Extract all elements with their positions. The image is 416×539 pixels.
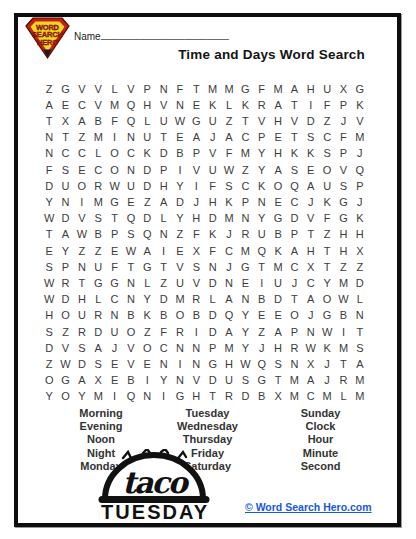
- grid-cell-r5c15: H: [270, 146, 286, 162]
- grid-cell-r20c7: N: [139, 389, 155, 405]
- grid-cell-r12c13: G: [237, 259, 253, 275]
- grid-cell-r1c15: M: [270, 81, 286, 97]
- grid-cell-r2c14: R: [254, 97, 270, 113]
- grid-cell-r8c6: E: [123, 194, 139, 210]
- grid-cell-r18c17: X: [303, 356, 319, 372]
- grid-cell-r17c10: N: [188, 340, 204, 356]
- grid-cell-r4c10: A: [188, 130, 204, 146]
- grid-cell-r4c13: C: [237, 130, 253, 146]
- grid-cell-r8c17: J: [303, 194, 319, 210]
- grid-cell-r18c4: S: [90, 356, 106, 372]
- grid-cell-r19c6: B: [123, 373, 139, 389]
- grid-cell-r14c13: N: [237, 292, 253, 308]
- grid-cell-r6c18: O: [319, 162, 335, 178]
- grid-cell-r13c11: D: [205, 275, 221, 291]
- grid-cell-r17c5: J: [106, 340, 122, 356]
- grid-cell-r18c19: T: [335, 356, 351, 372]
- grid-cell-r6c16: S: [286, 162, 302, 178]
- grid-cell-r11c9: E: [172, 243, 188, 259]
- word-item: Minute: [268, 447, 373, 460]
- grid-cell-r5c19: P: [335, 146, 351, 162]
- grid-cell-r10c19: H: [335, 227, 351, 243]
- grid-cell-r14c4: L: [90, 292, 106, 308]
- grid-cell-r6c6: N: [123, 162, 139, 178]
- grid-cell-r7c9: Y: [172, 178, 188, 194]
- grid-cell-r10c20: H: [352, 227, 368, 243]
- grid-cell-r5c6: C: [123, 146, 139, 162]
- grid-cell-r17c3: S: [74, 340, 90, 356]
- grid-cell-r11c15: K: [270, 243, 286, 259]
- grid-cell-r6c20: Q: [352, 162, 368, 178]
- grid-cell-r9c2: D: [57, 211, 73, 227]
- grid-cell-r7c17: A: [303, 178, 319, 194]
- grid-cell-r18c15: S: [270, 356, 286, 372]
- grid-cell-r10c16: P: [286, 227, 302, 243]
- grid-cell-r3c17: D: [303, 113, 319, 129]
- grid-cell-r10c1: T: [41, 227, 57, 243]
- grid-cell-r12c3: N: [74, 259, 90, 275]
- grid-cell-r3c15: H: [270, 113, 286, 129]
- grid-cell-r1c11: M: [205, 81, 221, 97]
- grid-cell-r2c3: C: [74, 97, 90, 113]
- grid-cell-r2c12: L: [221, 97, 237, 113]
- grid-cell-r16c8: F: [155, 324, 171, 340]
- grid-cell-r9c11: D: [205, 211, 221, 227]
- grid-cell-r12c16: C: [286, 259, 302, 275]
- grid-cell-r19c8: Y: [155, 373, 171, 389]
- grid-cell-r11c6: W: [123, 243, 139, 259]
- grid-cell-r17c12: M: [221, 340, 237, 356]
- grid-cell-r12c19: Z: [335, 259, 351, 275]
- grid-cell-r4c7: U: [139, 130, 155, 146]
- grid-cell-r16c5: U: [106, 324, 122, 340]
- grid-cell-r18c9: I: [172, 356, 188, 372]
- grid-cell-r19c7: I: [139, 373, 155, 389]
- grid-cell-r6c2: S: [57, 162, 73, 178]
- grid-cell-r16c14: Z: [254, 324, 270, 340]
- copyright-link[interactable]: © Word Search Hero.com: [245, 501, 372, 513]
- word-item: Hour: [268, 433, 373, 446]
- grid-cell-r20c16: M: [286, 389, 302, 405]
- grid-cell-r1c20: G: [352, 81, 368, 97]
- grid-cell-r19c20: M: [352, 373, 368, 389]
- grid-cell-r1c1: Z: [41, 81, 57, 97]
- grid-cell-r4c19: F: [335, 130, 351, 146]
- grid-cell-r7c18: U: [319, 178, 335, 194]
- grid-cell-r1c6: V: [123, 81, 139, 97]
- grid-cell-r3c13: T: [237, 113, 253, 129]
- grid-cell-r19c1: O: [41, 373, 57, 389]
- grid-cell-r3c5: F: [106, 113, 122, 129]
- grid-cell-r19c10: V: [188, 373, 204, 389]
- grid-cell-r20c12: R: [221, 389, 237, 405]
- grid-cell-r11c12: C: [221, 243, 237, 259]
- grid-cell-r14c12: A: [221, 292, 237, 308]
- grid-cell-r14c14: B: [254, 292, 270, 308]
- grid-cell-r12c5: F: [106, 259, 122, 275]
- grid-cell-r15c5: N: [106, 308, 122, 324]
- grid-cell-r10c4: B: [90, 227, 106, 243]
- grid-cell-r7c12: S: [221, 178, 237, 194]
- grid-cell-r12c1: S: [41, 259, 57, 275]
- grid-cell-r20c5: I: [106, 389, 122, 405]
- grid-cell-r9c14: Y: [254, 211, 270, 227]
- grid-cell-r10c12: J: [221, 227, 237, 243]
- grid-cell-r14c11: L: [205, 292, 221, 308]
- grid-cell-r13c9: U: [172, 275, 188, 291]
- grid-cell-r19c12: U: [221, 373, 237, 389]
- grid-cell-r12c14: T: [254, 259, 270, 275]
- grid-cell-r5c2: C: [57, 146, 73, 162]
- grid-cell-r20c9: G: [172, 389, 188, 405]
- grid-cell-r3c1: T: [41, 113, 57, 129]
- grid-cell-r6c5: O: [106, 162, 122, 178]
- grid-cell-r13c2: R: [57, 275, 73, 291]
- grid-cell-r16c17: N: [303, 324, 319, 340]
- grid-cell-r15c17: J: [303, 308, 319, 324]
- grid-cell-r13c14: I: [254, 275, 270, 291]
- grid-cell-r15c7: K: [139, 308, 155, 324]
- grid-cell-r2c15: A: [270, 97, 286, 113]
- grid-cell-r7c15: O: [270, 178, 286, 194]
- grid-cell-r8c12: K: [221, 194, 237, 210]
- grid-cell-r13c16: J: [286, 275, 302, 291]
- grid-cell-r17c6: V: [123, 340, 139, 356]
- grid-cell-r2c2: E: [57, 97, 73, 113]
- grid-cell-r15c11: D: [205, 308, 221, 324]
- grid-cell-r8c4: M: [90, 194, 106, 210]
- grid-cell-r20c2: O: [57, 389, 73, 405]
- grid-cell-r13c19: M: [335, 275, 351, 291]
- grid-cell-r20c4: M: [90, 389, 106, 405]
- grid-cell-r5c16: K: [286, 146, 302, 162]
- grid-cell-r13c15: U: [270, 275, 286, 291]
- word-search-hero-logo: WORD SEARCH HERO: [23, 16, 72, 60]
- grid-cell-r1c13: G: [237, 81, 253, 97]
- grid-cell-r6c1: F: [41, 162, 57, 178]
- grid-cell-r20c15: X: [270, 389, 286, 405]
- grid-cell-r3c10: G: [188, 113, 204, 129]
- grid-cell-r8c3: I: [74, 194, 90, 210]
- grid-cell-r14c17: A: [303, 292, 319, 308]
- grid-cell-r7c14: K: [254, 178, 270, 194]
- grid-cell-r17c11: P: [205, 340, 221, 356]
- grid-cell-r5c9: B: [172, 146, 188, 162]
- grid-cell-r15c4: R: [90, 308, 106, 324]
- grid-cell-r17c15: H: [270, 340, 286, 356]
- grid-cell-r10c7: Q: [139, 227, 155, 243]
- grid-cell-r7c20: P: [352, 178, 368, 194]
- grid-cell-r1c4: V: [90, 81, 106, 97]
- grid-cell-r17c4: A: [90, 340, 106, 356]
- grid-cell-r5c11: V: [205, 146, 221, 162]
- grid-cell-r16c20: T: [352, 324, 368, 340]
- grid-cell-r6c14: Y: [254, 162, 270, 178]
- grid-cell-r4c3: Z: [74, 130, 90, 146]
- grid-cell-r7c8: H: [155, 178, 171, 194]
- grid-cell-r15c14: E: [254, 308, 270, 324]
- grid-cell-r18c20: A: [352, 356, 368, 372]
- grid-cell-r18c16: N: [286, 356, 302, 372]
- grid-cell-r8c2: N: [57, 194, 73, 210]
- grid-cell-r15c8: B: [155, 308, 171, 324]
- grid-cell-r20c3: Y: [74, 389, 90, 405]
- grid-cell-r7c2: U: [57, 178, 73, 194]
- grid-cell-r16c4: D: [90, 324, 106, 340]
- grid-cell-r9c20: K: [352, 211, 368, 227]
- grid-cell-r7c11: F: [205, 178, 221, 194]
- grid-cell-r18c14: Q: [254, 356, 270, 372]
- grid-cell-r13c1: W: [41, 275, 57, 291]
- grid-cell-r8c5: G: [106, 194, 122, 210]
- grid-cell-r17c18: K: [319, 340, 335, 356]
- name-fill-line: _______________________: [101, 29, 229, 40]
- grid-cell-r8c11: H: [205, 194, 221, 210]
- grid-cell-r1c16: A: [286, 81, 302, 97]
- grid-cell-r10c17: T: [303, 227, 319, 243]
- grid-cell-r5c3: C: [74, 146, 90, 162]
- grid-cell-r13c7: L: [139, 275, 155, 291]
- grid-cell-r18c18: J: [319, 356, 335, 372]
- grid-cell-r5c7: K: [139, 146, 155, 162]
- grid-cell-r3c8: U: [155, 113, 171, 129]
- grid-cell-r18c2: W: [57, 356, 73, 372]
- grid-cell-r1c12: M: [221, 81, 237, 97]
- grid-cell-r8c10: J: [188, 194, 204, 210]
- grid-cell-r9c7: D: [139, 211, 155, 227]
- grid-cell-r8c13: P: [237, 194, 253, 210]
- grid-cell-r4c1: N: [41, 130, 57, 146]
- grid-cell-r2c16: T: [286, 97, 302, 113]
- grid-cell-r14c5: C: [106, 292, 122, 308]
- grid-cell-r9c1: W: [41, 211, 57, 227]
- grid-cell-r4c9: E: [172, 130, 188, 146]
- grid-cell-r9c9: Y: [172, 211, 188, 227]
- grid-cell-r13c3: T: [74, 275, 90, 291]
- grid-cell-r4c11: J: [205, 130, 221, 146]
- grid-cell-r15c6: B: [123, 308, 139, 324]
- grid-cell-r8c7: Z: [139, 194, 155, 210]
- grid-cell-r1c19: X: [335, 81, 351, 97]
- grid-cell-r3c19: J: [335, 113, 351, 129]
- grid-cell-r20c14: B: [254, 389, 270, 405]
- word-item: Sunday: [268, 407, 373, 420]
- grid-cell-r9c16: D: [286, 211, 302, 227]
- grid-cell-r7c4: R: [90, 178, 106, 194]
- name-label: Name: [74, 31, 101, 42]
- grid-cell-r10c18: Z: [319, 227, 335, 243]
- grid-cell-r6c3: E: [74, 162, 90, 178]
- grid-cell-r11c7: A: [139, 243, 155, 259]
- grid-cell-r14c19: W: [335, 292, 351, 308]
- grid-cell-r15c13: Y: [237, 308, 253, 324]
- grid-cell-r4c14: P: [254, 130, 270, 146]
- grid-cell-r20c19: L: [335, 389, 351, 405]
- grid-cell-r12c2: P: [57, 259, 73, 275]
- grid-cell-r12c20: Z: [352, 259, 368, 275]
- grid-cell-r11c17: H: [303, 243, 319, 259]
- grid-cell-r3c11: U: [205, 113, 221, 129]
- grid-cell-r16c7: Z: [139, 324, 155, 340]
- grid-cell-r3c6: Q: [123, 113, 139, 129]
- grid-cell-r2c13: K: [237, 97, 253, 113]
- grid-cell-r9c6: Q: [123, 211, 139, 227]
- grid-cell-r20c10: H: [188, 389, 204, 405]
- grid-cell-r16c11: D: [205, 324, 221, 340]
- grid-cell-r13c13: E: [237, 275, 253, 291]
- word-item: Morning: [51, 407, 151, 420]
- grid-cell-r13c6: N: [123, 275, 139, 291]
- grid-cell-r16c1: S: [41, 324, 57, 340]
- grid-cell-r8c18: K: [319, 194, 335, 210]
- grid-cell-r12c10: S: [188, 259, 204, 275]
- grid-cell-r14c1: W: [41, 292, 57, 308]
- grid-cell-r6c19: V: [335, 162, 351, 178]
- word-item: Noon: [51, 433, 151, 446]
- grid-cell-r5c12: F: [221, 146, 237, 162]
- grid-cell-r18c10: N: [188, 356, 204, 372]
- grid-cell-r18c8: N: [155, 356, 171, 372]
- grid-cell-r15c18: G: [319, 308, 335, 324]
- taco-tuesday-graphic: taco TUESDAY: [97, 449, 211, 522]
- grid-cell-r2c17: I: [303, 97, 319, 113]
- grid-cell-r15c19: B: [335, 308, 351, 324]
- grid-cell-r10c13: R: [237, 227, 253, 243]
- grid-cell-r10c2: A: [57, 227, 73, 243]
- grid-cell-r9c10: H: [188, 211, 204, 227]
- grid-cell-r6c11: U: [205, 162, 221, 178]
- grid-cell-r2c8: V: [155, 97, 171, 113]
- grid-cell-r5c13: M: [237, 146, 253, 162]
- grid-cell-r7c19: S: [335, 178, 351, 194]
- grid-cell-r15c10: B: [188, 308, 204, 324]
- grid-cell-r8c8: A: [155, 194, 171, 210]
- grid-cell-r8c19: G: [335, 194, 351, 210]
- grid-cell-r16c12: A: [221, 324, 237, 340]
- grid-cell-r12c4: U: [90, 259, 106, 275]
- grid-cell-r4c5: I: [106, 130, 122, 146]
- grid-cell-r16c13: Y: [237, 324, 253, 340]
- grid-cell-r12c17: X: [303, 259, 319, 275]
- grid-cell-r3c20: V: [352, 113, 368, 129]
- grid-cell-r9c12: M: [221, 211, 237, 227]
- grid-cell-r10c5: P: [106, 227, 122, 243]
- grid-cell-r1c14: F: [254, 81, 270, 97]
- grid-cell-r16c3: R: [74, 324, 90, 340]
- grid-cell-r6c9: I: [172, 162, 188, 178]
- word-item: Second: [268, 460, 373, 473]
- grid-cell-r1c9: F: [172, 81, 188, 97]
- grid-cell-r3c18: Z: [319, 113, 335, 129]
- grid-cell-r16c9: R: [172, 324, 188, 340]
- grid-cell-r17c1: D: [41, 340, 57, 356]
- grid-cell-r5c17: K: [303, 146, 319, 162]
- grid-cell-r15c9: O: [172, 308, 188, 324]
- grid-cell-r6c15: A: [270, 162, 286, 178]
- grid-cell-r5c1: N: [41, 146, 57, 162]
- grid-cell-r14c16: T: [286, 292, 302, 308]
- grid-cell-r6c17: E: [303, 162, 319, 178]
- grid-cell-r15c3: U: [74, 308, 90, 324]
- grid-cell-r11c19: H: [335, 243, 351, 259]
- grid-cell-r16c19: I: [335, 324, 351, 340]
- word-item: Clock: [268, 420, 373, 433]
- grid-cell-r9c15: G: [270, 211, 286, 227]
- grid-cell-r3c3: A: [74, 113, 90, 129]
- grid-cell-r3c9: W: [172, 113, 188, 129]
- grid-cell-r17c8: C: [155, 340, 171, 356]
- logo-text-hero: HERO: [37, 38, 58, 47]
- grid-cell-r8c15: E: [270, 194, 286, 210]
- grid-cell-r20c8: I: [155, 389, 171, 405]
- grid-cell-r7c3: O: [74, 178, 90, 194]
- grid-cell-r10c15: B: [270, 227, 286, 243]
- grid-cell-r8c20: J: [352, 194, 368, 210]
- grid-cell-r2c5: M: [106, 97, 122, 113]
- grid-cell-r11c11: F: [205, 243, 221, 259]
- grid-cell-r4c12: A: [221, 130, 237, 146]
- grid-cell-r19c16: M: [286, 373, 302, 389]
- grid-cell-r5c8: D: [155, 146, 171, 162]
- grid-cell-r19c18: J: [319, 373, 335, 389]
- grid-cell-r5c5: O: [106, 146, 122, 162]
- grid-cell-r12c8: T: [155, 259, 171, 275]
- grid-cell-r14c20: L: [352, 292, 368, 308]
- grid-cell-r11c2: Y: [57, 243, 73, 259]
- grid-cell-r15c2: O: [57, 308, 73, 324]
- grid-cell-r15c12: Q: [221, 308, 237, 324]
- grid-cell-r12c9: V: [172, 259, 188, 275]
- grid-cell-r2c18: F: [319, 97, 335, 113]
- grid-cell-r16c16: P: [286, 324, 302, 340]
- grid-cell-r8c9: D: [172, 194, 188, 210]
- taco-script-text: taco: [122, 465, 190, 500]
- grid-cell-r11c1: E: [41, 243, 57, 259]
- grid-cell-r13c12: N: [221, 275, 237, 291]
- grid-cell-r11c4: Z: [90, 243, 106, 259]
- grid-cell-r7c6: U: [123, 178, 139, 194]
- grid-cell-r15c15: E: [270, 308, 286, 324]
- grid-cell-r20c18: M: [319, 389, 335, 405]
- grid-cell-r7c5: W: [106, 178, 122, 194]
- grid-cell-r5c20: J: [352, 146, 368, 162]
- grid-cell-r4c2: T: [57, 130, 73, 146]
- grid-cell-r11c3: Z: [74, 243, 90, 259]
- grid-cell-r9c13: N: [237, 211, 253, 227]
- grid-cell-r1c18: U: [319, 81, 335, 97]
- taco-caption-text: TUESDAY: [101, 501, 208, 522]
- grid-cell-r6c10: V: [188, 162, 204, 178]
- grid-cell-r12c18: T: [319, 259, 335, 275]
- grid-cell-r2c4: V: [90, 97, 106, 113]
- grid-cell-r19c11: D: [205, 373, 221, 389]
- grid-cell-r9c19: G: [335, 211, 351, 227]
- grid-cell-r4c6: N: [123, 130, 139, 146]
- grid-cell-r18c7: E: [139, 356, 155, 372]
- grid-cell-r19c17: A: [303, 373, 319, 389]
- grid-cell-r4c18: C: [319, 130, 335, 146]
- grid-cell-r19c14: G: [254, 373, 270, 389]
- grid-cell-r3c2: X: [57, 113, 73, 129]
- grid-cell-r1c8: N: [155, 81, 171, 97]
- grid-cell-r13c4: G: [90, 275, 106, 291]
- grid-cell-r2c11: K: [205, 97, 221, 113]
- grid-cell-r9c18: F: [319, 211, 335, 227]
- grid-cell-r2c19: P: [335, 97, 351, 113]
- grid-cell-r18c6: V: [123, 356, 139, 372]
- word-item: Thursday: [155, 433, 260, 446]
- grid-cell-r13c17: C: [303, 275, 319, 291]
